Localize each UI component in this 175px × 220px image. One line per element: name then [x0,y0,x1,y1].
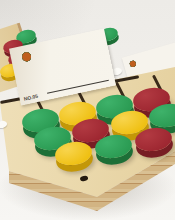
flat-card-dot-orange [129,60,136,67]
card-number-label: NO.05 [23,94,38,102]
flat-card-dot-grid [129,53,160,62]
card-dot-orange [21,51,32,62]
scene: NO.05 [0,0,175,220]
